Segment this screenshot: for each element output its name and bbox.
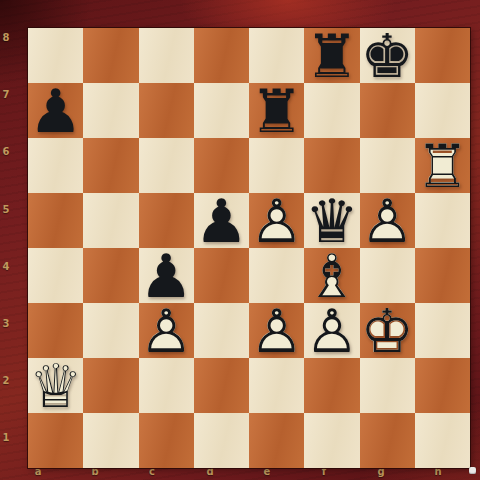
square-h1[interactable] xyxy=(415,413,470,468)
square-h3[interactable] xyxy=(415,303,470,358)
square-d6[interactable] xyxy=(194,138,249,193)
square-a2[interactable]: ♛︎♕︎ xyxy=(28,358,83,413)
square-a7[interactable]: ♟︎ xyxy=(28,83,83,138)
square-b6[interactable] xyxy=(83,138,138,193)
square-d2[interactable] xyxy=(194,358,249,413)
square-b2[interactable] xyxy=(83,358,138,413)
piece-outline-glyph: ♙︎ xyxy=(249,304,304,359)
square-f6[interactable] xyxy=(304,138,359,193)
white-pawn[interactable]: ♟︎♙︎ xyxy=(249,304,304,359)
square-a3[interactable] xyxy=(28,303,83,358)
square-a5[interactable] xyxy=(28,193,83,248)
square-c3[interactable]: ♟︎♙︎ xyxy=(139,303,194,358)
black-rook[interactable]: ♜︎ xyxy=(304,29,359,84)
white-pawn[interactable]: ♟︎♙︎ xyxy=(360,194,415,249)
square-d8[interactable] xyxy=(194,28,249,83)
square-g6[interactable] xyxy=(360,138,415,193)
square-g1[interactable] xyxy=(360,413,415,468)
rank-label-2: 2 xyxy=(1,375,11,387)
square-d4[interactable] xyxy=(194,248,249,303)
square-f1[interactable] xyxy=(304,413,359,468)
square-c2[interactable] xyxy=(139,358,194,413)
piece-fill-glyph: ♜︎ xyxy=(305,29,359,84)
piece-outline-glyph: ♕︎ xyxy=(28,359,83,414)
square-e2[interactable] xyxy=(249,358,304,413)
piece-outline-glyph: ♙︎ xyxy=(360,194,415,249)
square-a6[interactable] xyxy=(28,138,83,193)
square-g8[interactable]: ♚︎ xyxy=(360,28,415,83)
square-e4[interactable] xyxy=(249,248,304,303)
square-c5[interactable] xyxy=(139,193,194,248)
square-f8[interactable]: ♜︎ xyxy=(304,28,359,83)
square-g7[interactable] xyxy=(360,83,415,138)
square-b4[interactable] xyxy=(83,248,138,303)
white-pawn[interactable]: ♟︎♙︎ xyxy=(304,304,359,359)
square-a4[interactable] xyxy=(28,248,83,303)
rank-label-5: 5 xyxy=(1,204,11,216)
white-king[interactable]: ♚︎♔︎ xyxy=(360,304,415,359)
square-f4[interactable]: ♝︎♗︎ xyxy=(304,248,359,303)
square-b7[interactable] xyxy=(83,83,138,138)
chess-board: ♜︎♚︎♟︎♜︎♜︎♖︎♟︎♟︎♙︎♛︎♟︎♙︎♟︎♝︎♗︎♟︎♙︎♟︎♙︎♟︎… xyxy=(28,28,470,468)
square-h7[interactable] xyxy=(415,83,470,138)
white-pawn[interactable]: ♟︎♙︎ xyxy=(139,304,194,359)
rank-label-1: 1 xyxy=(1,432,11,444)
square-e3[interactable]: ♟︎♙︎ xyxy=(249,303,304,358)
corner-marker-dot xyxy=(469,467,476,474)
square-e6[interactable] xyxy=(249,138,304,193)
square-c7[interactable] xyxy=(139,83,194,138)
square-b8[interactable] xyxy=(83,28,138,83)
black-pawn[interactable]: ♟︎ xyxy=(194,194,249,249)
rank-label-4: 4 xyxy=(1,261,11,273)
square-f3[interactable]: ♟︎♙︎ xyxy=(304,303,359,358)
square-b1[interactable] xyxy=(83,413,138,468)
piece-fill-glyph: ♜︎ xyxy=(250,84,304,139)
square-b5[interactable] xyxy=(83,193,138,248)
square-e7[interactable]: ♜︎ xyxy=(249,83,304,138)
piece-fill-glyph: ♚︎ xyxy=(360,29,414,84)
white-pawn[interactable]: ♟︎♙︎ xyxy=(249,194,304,249)
square-f5[interactable]: ♛︎ xyxy=(304,193,359,248)
piece-outline-glyph: ♙︎ xyxy=(304,304,359,359)
piece-outline-glyph: ♖︎ xyxy=(415,139,470,194)
square-c6[interactable] xyxy=(139,138,194,193)
square-a1[interactable] xyxy=(28,413,83,468)
square-d1[interactable] xyxy=(194,413,249,468)
square-f2[interactable] xyxy=(304,358,359,413)
square-e1[interactable] xyxy=(249,413,304,468)
white-queen[interactable]: ♛︎♕︎ xyxy=(28,359,83,414)
square-g3[interactable]: ♚︎♔︎ xyxy=(360,303,415,358)
rank-label-3: 3 xyxy=(1,318,11,330)
piece-outline-glyph: ♔︎ xyxy=(360,304,415,359)
square-g5[interactable]: ♟︎♙︎ xyxy=(360,193,415,248)
black-rook[interactable]: ♜︎ xyxy=(249,84,304,139)
square-d5[interactable]: ♟︎ xyxy=(194,193,249,248)
rank-label-6: 6 xyxy=(1,146,11,158)
square-e5[interactable]: ♟︎♙︎ xyxy=(249,193,304,248)
square-f7[interactable] xyxy=(304,83,359,138)
piece-outline-glyph: ♙︎ xyxy=(139,304,194,359)
square-e8[interactable] xyxy=(249,28,304,83)
black-pawn[interactable]: ♟︎ xyxy=(28,84,83,139)
square-g4[interactable] xyxy=(360,248,415,303)
piece-fill-glyph: ♟︎ xyxy=(29,84,83,139)
white-rook[interactable]: ♜︎♖︎ xyxy=(415,139,470,194)
square-c1[interactable] xyxy=(139,413,194,468)
square-d7[interactable] xyxy=(194,83,249,138)
square-g2[interactable] xyxy=(360,358,415,413)
square-h8[interactable] xyxy=(415,28,470,83)
square-a8[interactable] xyxy=(28,28,83,83)
square-h6[interactable]: ♜︎♖︎ xyxy=(415,138,470,193)
square-d3[interactable] xyxy=(194,303,249,358)
square-c8[interactable] xyxy=(139,28,194,83)
square-b3[interactable] xyxy=(83,303,138,358)
square-c4[interactable]: ♟︎ xyxy=(139,248,194,303)
chess-board-frame: 8 7 6 5 4 3 2 1 a b c d e f g h ♜︎♚︎♟︎♜︎… xyxy=(0,0,480,480)
square-h2[interactable] xyxy=(415,358,470,413)
rank-label-8: 8 xyxy=(1,32,11,44)
piece-outline-glyph: ♙︎ xyxy=(249,194,304,249)
rank-label-7: 7 xyxy=(1,89,11,101)
square-h4[interactable] xyxy=(415,248,470,303)
piece-fill-glyph: ♟︎ xyxy=(194,194,248,249)
square-h5[interactable] xyxy=(415,193,470,248)
black-king[interactable]: ♚︎ xyxy=(360,29,415,84)
